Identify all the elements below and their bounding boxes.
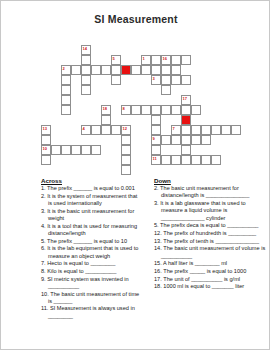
grid-cell[interactable]: 3 (151, 75, 161, 85)
clue-number-label: 17 (183, 96, 187, 101)
grid-cell[interactable] (161, 155, 171, 165)
clue-number-label: 11 (153, 156, 157, 161)
grid-cell[interactable] (71, 65, 81, 75)
grid-cell[interactable] (101, 125, 111, 135)
down-clue-2: 2. The basic unit measurement for distan… (154, 185, 266, 199)
grid-cell[interactable] (181, 75, 191, 85)
grid-cell[interactable]: 13 (41, 125, 51, 135)
across-clue-8: 8. Kilo is equal to __________ (41, 268, 141, 275)
grid-cell[interactable] (81, 55, 91, 65)
down-clue-14: 14. The basic unit measurement of volume… (154, 245, 266, 259)
grid-cell[interactable]: 9 (151, 135, 161, 145)
grid-cell[interactable] (221, 125, 231, 135)
grid-cell[interactable] (171, 155, 181, 165)
grid-cell[interactable] (181, 145, 191, 155)
grid-cell[interactable]: 8 (121, 105, 131, 115)
clue-number-label: 12 (123, 126, 127, 131)
grid-cell[interactable] (161, 135, 171, 145)
grid-cell[interactable] (151, 65, 161, 75)
grid-cell[interactable] (161, 65, 171, 75)
grid-cell[interactable] (231, 125, 241, 135)
crossword-grid: 145116231718813412791011 (1, 1, 270, 181)
grid-cell[interactable] (181, 105, 191, 115)
clue-number-label: 10 (43, 146, 47, 151)
clue-number-label: 16 (163, 56, 167, 61)
across-clue-9: 9. SI metric system was invented in ____… (41, 276, 141, 290)
grid-cell[interactable]: 5 (111, 55, 121, 65)
grid-cell[interactable] (181, 135, 191, 145)
grid-cell[interactable] (191, 105, 201, 115)
grid-cell-highlighted[interactable] (121, 65, 131, 75)
down-clues: Down 2. The basic unit measurement for d… (154, 177, 266, 291)
clue-number-label: 5 (113, 56, 115, 61)
across-clue-10: 10. The basic unit measurement of time i… (41, 291, 141, 305)
grid-cell[interactable] (151, 105, 161, 115)
grid-cell[interactable]: 12 (121, 125, 131, 135)
grid-cell[interactable] (111, 65, 121, 75)
across-clues: Across 1. The prefix ______ is equal to … (41, 177, 141, 320)
grid-cell[interactable]: 1 (141, 55, 151, 65)
grid-cell[interactable]: 14 (81, 45, 91, 55)
grid-cell[interactable] (181, 125, 191, 135)
grid-cell[interactable] (211, 125, 221, 135)
grid-cell[interactable] (61, 95, 71, 105)
grid-cell[interactable] (41, 155, 51, 165)
grid-cell[interactable] (121, 155, 131, 165)
down-clue-5: 5. The prefix deca is equal to _________… (154, 222, 266, 229)
grid-cell[interactable] (61, 85, 71, 95)
clue-number-label: 4 (83, 126, 85, 131)
grid-cell[interactable] (141, 65, 151, 75)
grid-cell[interactable]: 11 (151, 155, 161, 165)
grid-cell[interactable]: 4 (81, 125, 91, 135)
grid-cell[interactable] (151, 145, 161, 155)
across-clue-11: 11. SI Measurement is always used in ___… (41, 305, 141, 319)
grid-cell[interactable] (61, 105, 71, 115)
grid-cell[interactable]: 17 (181, 95, 191, 105)
grid-cell[interactable] (91, 125, 101, 135)
clue-number-label: 2 (63, 66, 65, 71)
clue-number-label: 18 (103, 106, 107, 111)
grid-cell[interactable] (151, 115, 161, 125)
grid-cell[interactable] (161, 85, 171, 95)
down-clue-16: 16. The prefix _____ is equal to 1000 (154, 268, 266, 275)
across-clue-6: 6. It is the lab equipment that is used … (41, 245, 141, 259)
grid-cell[interactable] (151, 125, 161, 135)
grid-cell[interactable]: 2 (61, 65, 71, 75)
down-clue-15: 15. A half liter is ________ ml (154, 260, 266, 267)
down-header: Down (154, 177, 266, 184)
grid-cell[interactable] (51, 145, 61, 155)
grid-cell[interactable] (131, 65, 141, 75)
clue-number-label: 9 (153, 136, 155, 141)
grid-cell[interactable] (171, 75, 181, 85)
grid-cell[interactable] (181, 55, 191, 65)
grid-cell[interactable] (171, 105, 181, 115)
across-clue-4: 4. It is a tool that is used for measuri… (41, 223, 141, 237)
grid-cell[interactable] (191, 155, 201, 165)
grid-cell[interactable] (121, 165, 131, 175)
grid-cell[interactable] (181, 155, 191, 165)
down-clue-17: 17. The unit of __________ is g/ml (154, 276, 266, 283)
clue-number-label: 14 (83, 46, 87, 51)
clue-number-label: 1 (143, 56, 145, 61)
grid-cell[interactable]: 16 (161, 55, 171, 65)
down-clue-list: 2. The basic unit measurement for distan… (154, 185, 266, 290)
grid-cell[interactable] (101, 65, 111, 75)
grid-cell[interactable]: 10 (41, 145, 51, 155)
grid-cell[interactable] (111, 75, 121, 85)
down-clue-13: 13. The prefix of tenth is _____________… (154, 238, 266, 245)
grid-cell[interactable] (101, 115, 111, 125)
down-clue-3: 3. It is a lab glassware that is used to… (154, 200, 266, 222)
across-clue-7: 7. Hecto is equal to ________ (41, 260, 141, 267)
across-clue-2: 2. It is the system of measurement that … (41, 193, 141, 207)
across-header: Across (41, 177, 141, 184)
across-clue-3: 3. It is the basic unit measurement for … (41, 208, 141, 222)
grid-cell[interactable]: 7 (171, 125, 181, 135)
grid-cell[interactable] (81, 75, 91, 85)
grid-cell[interactable] (211, 155, 221, 165)
grid-cell[interactable] (161, 75, 171, 85)
grid-cell-highlighted[interactable] (181, 115, 191, 125)
grid-cell[interactable] (191, 125, 201, 135)
grid-cell[interactable] (191, 135, 201, 145)
grid-cell[interactable] (61, 75, 71, 85)
across-clue-list: 1. The prefix ______ is equal to 0.0012.… (41, 185, 141, 320)
grid-cell[interactable] (91, 145, 101, 155)
grid-cell[interactable] (131, 105, 141, 115)
grid-cell[interactable] (81, 85, 91, 95)
down-clue-12: 12. The prefix of hundredth is _________ (154, 230, 266, 237)
grid-cell[interactable]: 18 (101, 105, 111, 115)
grid-cell[interactable] (151, 55, 161, 65)
grid-cell[interactable] (201, 155, 211, 165)
grid-cell[interactable] (171, 55, 181, 65)
worksheet-page: { "game": "crossword", "title": "SI Meas… (0, 0, 270, 350)
grid-cell[interactable] (111, 125, 121, 135)
grid-cell[interactable] (201, 125, 211, 135)
grid-cell[interactable] (41, 135, 51, 145)
down-clue-18: 18. 1000 ml is equal to _______ liter (154, 283, 266, 290)
clue-number-label: 7 (173, 126, 175, 131)
across-clue-5: 5. The prefix ______ is equal to 10 (41, 238, 141, 245)
grid-cell[interactable] (171, 65, 181, 75)
grid-cell[interactable] (81, 145, 91, 155)
grid-cell[interactable] (121, 135, 131, 145)
clue-number-label: 8 (123, 106, 125, 111)
clue-number-label: 3 (153, 76, 155, 81)
grid-cell[interactable] (91, 65, 101, 75)
grid-cell[interactable] (161, 105, 171, 115)
clue-number-label: 13 (43, 126, 47, 131)
grid-cell[interactable] (141, 105, 151, 115)
grid-cell[interactable] (71, 145, 81, 155)
across-clue-1: 1. The prefix ______ is equal to 0.001 (41, 185, 141, 192)
grid-cell[interactable] (81, 65, 91, 75)
grid-cell[interactable] (201, 135, 211, 145)
grid-cell[interactable] (61, 145, 71, 155)
grid-cell[interactable] (121, 145, 131, 155)
grid-cell[interactable] (171, 135, 181, 145)
